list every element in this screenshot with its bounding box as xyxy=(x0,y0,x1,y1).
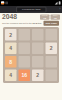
tile-4: 4 xyxy=(5,70,17,82)
board-grid[interactable]: 24284162 xyxy=(3,27,59,83)
empty-cell xyxy=(46,56,58,68)
new-game-button[interactable]: New Game xyxy=(44,21,60,26)
score-box: SCORE 72 xyxy=(40,15,50,20)
ad-expand-icon[interactable]: › xyxy=(59,7,60,11)
game-app: 2048 SCORE 72 BEST 72 Join the numbers a… xyxy=(0,13,62,92)
status-bar-right xyxy=(55,2,61,5)
empty-cell xyxy=(32,56,44,68)
empty-cell xyxy=(46,70,58,82)
score-value: 72 xyxy=(40,17,50,20)
empty-cell xyxy=(46,29,58,41)
tile-16: 16 xyxy=(19,70,31,82)
subtitle: Join the numbers and get to the 2048 til… xyxy=(2,22,42,25)
status-bar-left xyxy=(1,1,8,4)
empty-cell xyxy=(19,29,31,41)
screen: Follow/Read tasks › 2048 SCORE 72 BEST 7… xyxy=(0,0,62,100)
battery-icon xyxy=(59,2,61,5)
ad-banner-button[interactable]: Follow/Read tasks xyxy=(17,7,47,12)
empty-cell xyxy=(32,29,44,41)
score-panel: SCORE 72 BEST 72 xyxy=(40,15,60,20)
notification-icon-2 xyxy=(5,2,8,5)
device-screen: Follow/Read tasks › 2048 SCORE 72 BEST 7… xyxy=(0,0,62,100)
best-box: BEST 72 xyxy=(51,15,61,20)
page-title: 2048 xyxy=(2,13,17,20)
empty-cell xyxy=(19,43,31,55)
tile-8: 8 xyxy=(5,56,17,68)
tile-2: 2 xyxy=(5,29,17,41)
subtitle-text: Join the numbers and get to the xyxy=(2,22,32,25)
empty-cell xyxy=(32,43,44,55)
tile-2: 2 xyxy=(46,43,58,55)
notification-icon xyxy=(1,1,4,4)
tile-4: 4 xyxy=(5,43,17,55)
tile-2: 2 xyxy=(32,70,44,82)
signal-icon xyxy=(55,2,58,5)
best-value: 72 xyxy=(51,17,61,20)
subtitle-goal: 2048 tile! xyxy=(32,22,41,25)
empty-cell xyxy=(19,56,31,68)
